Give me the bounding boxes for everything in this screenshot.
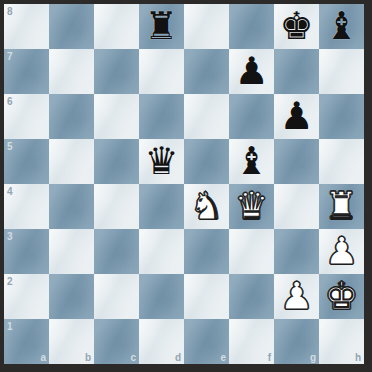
square-h1[interactable]: h xyxy=(319,319,364,364)
rank-label-5: 5 xyxy=(7,141,13,152)
square-a3[interactable]: 3 xyxy=(4,229,49,274)
square-f5[interactable]: ♝ xyxy=(229,139,274,184)
square-g3[interactable] xyxy=(274,229,319,274)
rank-label-3: 3 xyxy=(7,231,13,242)
square-b7[interactable] xyxy=(49,49,94,94)
square-b8[interactable] xyxy=(49,4,94,49)
piece-white-knight-e4[interactable]: ♞ xyxy=(184,184,229,229)
file-label-c: c xyxy=(130,352,136,363)
square-d3[interactable] xyxy=(139,229,184,274)
square-e3[interactable] xyxy=(184,229,229,274)
square-e8[interactable] xyxy=(184,4,229,49)
square-h3[interactable]: ♟ xyxy=(319,229,364,274)
square-a1[interactable]: 1a xyxy=(4,319,49,364)
square-f3[interactable] xyxy=(229,229,274,274)
square-h8[interactable]: ♝ xyxy=(319,4,364,49)
square-b2[interactable] xyxy=(49,274,94,319)
square-c2[interactable] xyxy=(94,274,139,319)
square-h6[interactable] xyxy=(319,94,364,139)
piece-white-rook-h4[interactable]: ♜ xyxy=(319,184,364,229)
square-h4[interactable]: ♜ xyxy=(319,184,364,229)
square-c7[interactable] xyxy=(94,49,139,94)
file-label-b: b xyxy=(85,352,91,363)
square-g1[interactable]: g xyxy=(274,319,319,364)
square-g7[interactable] xyxy=(274,49,319,94)
board-frame: 8♜♚♝7♟6♟5♛♝4♞♛♜3♟2♟♚1abcdefgh xyxy=(0,0,372,372)
square-g5[interactable] xyxy=(274,139,319,184)
square-a6[interactable]: 6 xyxy=(4,94,49,139)
rank-label-7: 7 xyxy=(7,51,13,62)
square-b5[interactable] xyxy=(49,139,94,184)
piece-white-king-h2[interactable]: ♚ xyxy=(319,274,364,319)
square-e7[interactable] xyxy=(184,49,229,94)
square-d6[interactable] xyxy=(139,94,184,139)
square-c4[interactable] xyxy=(94,184,139,229)
file-label-f: f xyxy=(268,352,271,363)
square-d4[interactable] xyxy=(139,184,184,229)
square-b1[interactable]: b xyxy=(49,319,94,364)
square-f8[interactable] xyxy=(229,4,274,49)
file-label-g: g xyxy=(310,352,316,363)
square-d2[interactable] xyxy=(139,274,184,319)
square-f1[interactable]: f xyxy=(229,319,274,364)
file-label-d: d xyxy=(175,352,181,363)
square-f7[interactable]: ♟ xyxy=(229,49,274,94)
piece-black-bishop-f5[interactable]: ♝ xyxy=(229,139,274,184)
piece-black-bishop-h8[interactable]: ♝ xyxy=(319,4,364,49)
square-e1[interactable]: e xyxy=(184,319,229,364)
square-d1[interactable]: d xyxy=(139,319,184,364)
piece-black-king-g8[interactable]: ♚ xyxy=(274,4,319,49)
square-g2[interactable]: ♟ xyxy=(274,274,319,319)
piece-black-queen-d5[interactable]: ♛ xyxy=(139,139,184,184)
square-b6[interactable] xyxy=(49,94,94,139)
file-label-h: h xyxy=(355,352,361,363)
piece-white-pawn-h3[interactable]: ♟ xyxy=(319,229,364,274)
square-e4[interactable]: ♞ xyxy=(184,184,229,229)
chess-board: 8♜♚♝7♟6♟5♛♝4♞♛♜3♟2♟♚1abcdefgh xyxy=(4,4,364,364)
square-h7[interactable] xyxy=(319,49,364,94)
square-e6[interactable] xyxy=(184,94,229,139)
square-c3[interactable] xyxy=(94,229,139,274)
square-a7[interactable]: 7 xyxy=(4,49,49,94)
rank-label-6: 6 xyxy=(7,96,13,107)
square-e2[interactable] xyxy=(184,274,229,319)
square-g4[interactable] xyxy=(274,184,319,229)
square-b3[interactable] xyxy=(49,229,94,274)
square-a4[interactable]: 4 xyxy=(4,184,49,229)
square-e5[interactable] xyxy=(184,139,229,184)
piece-white-pawn-g2[interactable]: ♟ xyxy=(274,274,319,319)
square-f2[interactable] xyxy=(229,274,274,319)
square-a2[interactable]: 2 xyxy=(4,274,49,319)
rank-label-4: 4 xyxy=(7,186,13,197)
piece-white-queen-f4[interactable]: ♛ xyxy=(229,184,274,229)
file-label-e: e xyxy=(220,352,226,363)
square-h2[interactable]: ♚ xyxy=(319,274,364,319)
square-d5[interactable]: ♛ xyxy=(139,139,184,184)
square-g6[interactable]: ♟ xyxy=(274,94,319,139)
square-a8[interactable]: 8 xyxy=(4,4,49,49)
square-c5[interactable] xyxy=(94,139,139,184)
square-d8[interactable]: ♜ xyxy=(139,4,184,49)
square-f6[interactable] xyxy=(229,94,274,139)
piece-black-rook-d8[interactable]: ♜ xyxy=(139,4,184,49)
square-f4[interactable]: ♛ xyxy=(229,184,274,229)
piece-black-pawn-f7[interactable]: ♟ xyxy=(229,49,274,94)
square-c6[interactable] xyxy=(94,94,139,139)
square-b4[interactable] xyxy=(49,184,94,229)
file-label-a: a xyxy=(40,352,46,363)
square-c8[interactable] xyxy=(94,4,139,49)
square-c1[interactable]: c xyxy=(94,319,139,364)
piece-black-pawn-g6[interactable]: ♟ xyxy=(274,94,319,139)
square-g8[interactable]: ♚ xyxy=(274,4,319,49)
rank-label-8: 8 xyxy=(7,6,13,17)
square-a5[interactable]: 5 xyxy=(4,139,49,184)
rank-label-1: 1 xyxy=(7,321,13,332)
rank-label-2: 2 xyxy=(7,276,13,287)
square-d7[interactable] xyxy=(139,49,184,94)
square-h5[interactable] xyxy=(319,139,364,184)
